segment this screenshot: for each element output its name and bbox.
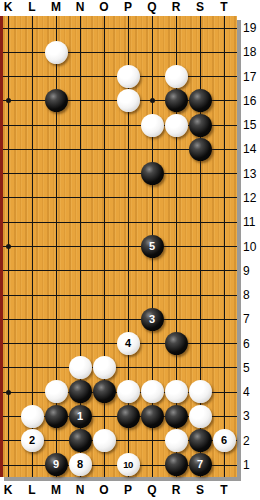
row-label-7: 7 (243, 312, 260, 326)
row-label-1: 1 (243, 458, 260, 472)
column-label-s: S (191, 482, 209, 499)
column-label-m: M (47, 0, 65, 16)
black-stone-q10-move-5: 5 (141, 235, 164, 258)
column-label-n: N (71, 482, 89, 499)
black-stone-s16 (189, 89, 212, 112)
column-label-k: K (0, 482, 17, 499)
black-stone-n3-move-1: 1 (69, 405, 92, 428)
black-stone-r6 (165, 332, 188, 355)
row-label-3: 3 (243, 409, 260, 423)
white-stone-r4 (165, 380, 188, 403)
white-stone-p17 (117, 65, 140, 88)
black-stone-m3 (45, 405, 68, 428)
white-stone-p4 (117, 380, 140, 403)
column-label-m: M (47, 482, 65, 499)
black-stone-q3 (141, 405, 164, 428)
white-stone-r2 (165, 429, 188, 452)
black-stone-q13 (141, 162, 164, 185)
white-stone-o5 (93, 356, 116, 379)
row-label-13: 13 (243, 167, 260, 181)
row-label-10: 10 (243, 240, 260, 254)
row-label-14: 14 (243, 142, 260, 156)
row-label-11: 11 (243, 215, 260, 229)
white-stone-n5 (69, 356, 92, 379)
black-stone-s2 (189, 429, 212, 452)
black-stone-s1-move-7: 7 (189, 453, 212, 476)
go-board[interactable]: 53412698107 (0, 16, 237, 477)
column-label-p: P (119, 482, 137, 499)
white-stone-m4 (45, 380, 68, 403)
black-stone-s15 (189, 114, 212, 137)
column-label-r: R (167, 482, 185, 499)
go-diagram-window: KLMNOPQRST 53412698107 19181716151413121… (0, 0, 260, 500)
black-stone-q7-move-3: 3 (141, 308, 164, 331)
row-label-4: 4 (243, 385, 260, 399)
white-stone-n1-move-8: 8 (69, 453, 92, 476)
row-label-16: 16 (243, 94, 260, 108)
white-stone-p16 (117, 89, 140, 112)
white-stone-l3 (21, 405, 44, 428)
white-stone-q4 (141, 380, 164, 403)
column-label-t: T (215, 0, 233, 16)
column-label-o: O (95, 482, 113, 499)
row-label-19: 19 (243, 21, 260, 35)
white-stone-r17 (165, 65, 188, 88)
row-label-15: 15 (243, 118, 260, 132)
black-stone-n2 (69, 429, 92, 452)
stones-layer: 53412698107 (0, 16, 236, 477)
column-label-s: S (191, 0, 209, 16)
row-label-8: 8 (243, 288, 260, 302)
column-label-k: K (0, 0, 17, 16)
column-label-l: L (23, 0, 41, 16)
white-stone-r15 (165, 114, 188, 137)
row-label-5: 5 (243, 361, 260, 375)
white-stone-p1-move-10: 10 (117, 453, 140, 476)
white-stone-p6-move-4: 4 (117, 332, 140, 355)
black-stone-o4 (93, 380, 116, 403)
column-label-n: N (71, 0, 89, 16)
row-label-9: 9 (243, 264, 260, 278)
black-stone-m1-move-9: 9 (45, 453, 68, 476)
white-stone-s3 (189, 405, 212, 428)
column-label-o: O (95, 0, 113, 16)
white-stone-q15 (141, 114, 164, 137)
white-stone-s4 (189, 380, 212, 403)
white-stone-m18 (45, 41, 68, 64)
row-label-6: 6 (243, 337, 260, 351)
black-stone-r3 (165, 405, 188, 428)
column-label-p: P (119, 0, 137, 16)
row-label-12: 12 (243, 191, 260, 205)
black-stone-m16 (45, 89, 68, 112)
column-label-t: T (215, 482, 233, 499)
row-label-2: 2 (243, 434, 260, 448)
column-label-l: L (23, 482, 41, 499)
black-stone-s14 (189, 138, 212, 161)
column-label-r: R (167, 0, 185, 16)
black-stone-r1 (165, 453, 188, 476)
black-stone-r16 (165, 89, 188, 112)
column-label-q: Q (143, 0, 161, 16)
white-stone-t2-move-6: 6 (213, 429, 236, 452)
row-label-17: 17 (243, 70, 260, 84)
row-label-18: 18 (243, 45, 260, 59)
white-stone-o2 (93, 429, 116, 452)
white-stone-l2-move-2: 2 (21, 429, 44, 452)
column-label-q: Q (143, 482, 161, 499)
black-stone-p3 (117, 405, 140, 428)
black-stone-n4 (69, 380, 92, 403)
